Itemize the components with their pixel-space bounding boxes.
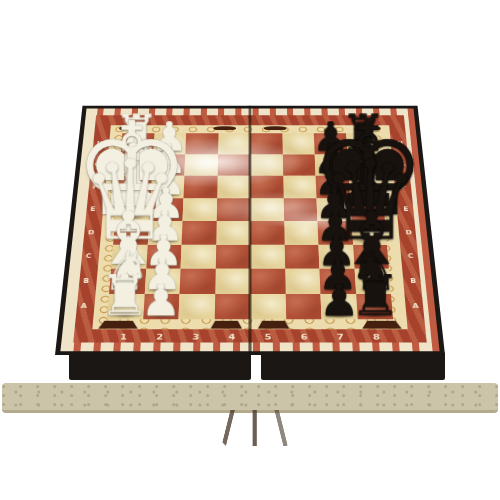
- rank-letter-label: C: [407, 244, 416, 268]
- square-3A[interactable]: [178, 294, 214, 320]
- square-5F[interactable]: [250, 176, 283, 198]
- white-pawn-piece[interactable]: ♟: [140, 283, 180, 318]
- square-1A[interactable]: ♜: [107, 294, 144, 320]
- decor-trapezoid: [211, 321, 243, 329]
- square-6A[interactable]: [285, 294, 321, 320]
- square-7A[interactable]: ♟: [320, 294, 357, 320]
- square-8A[interactable]: ♜: [356, 294, 393, 320]
- square-5C[interactable]: [250, 244, 285, 268]
- square-4G[interactable]: [217, 154, 250, 176]
- square-4B[interactable]: [215, 269, 250, 294]
- square-3H[interactable]: [185, 133, 218, 154]
- square-4H[interactable]: [218, 133, 250, 154]
- board-box-side-right: [261, 352, 445, 380]
- square-5E[interactable]: [250, 198, 284, 221]
- square-5A[interactable]: [250, 294, 286, 320]
- square-5B[interactable]: [250, 269, 285, 294]
- board-box-side-left: [69, 352, 251, 380]
- file-number-label: 7: [322, 333, 359, 341]
- table-edge: [2, 383, 498, 413]
- square-4C[interactable]: [215, 244, 250, 268]
- file-number-label: 5: [250, 333, 286, 341]
- square-4F[interactable]: [217, 176, 250, 198]
- square-5H[interactable]: [250, 133, 282, 154]
- decor-trapezoid: [362, 321, 402, 329]
- chess-set-scene: ♜♟♟♜♞♟♟♞♝♟♟♝♚♟♟♚♛♟♟♛♝♟♟♝♞♟♟♞♜♟♟♜ 1234567…: [55, 0, 445, 355]
- rank-letter-label: A: [411, 294, 420, 320]
- square-5G[interactable]: [250, 154, 283, 176]
- square-6B[interactable]: [285, 269, 321, 294]
- fold-hinge-seam: [248, 106, 252, 355]
- square-4D[interactable]: [216, 221, 250, 245]
- square-4A[interactable]: [214, 294, 250, 320]
- decor-mark: [213, 126, 236, 130]
- file-number-label: 2: [141, 333, 178, 341]
- file-number-label: 8: [358, 333, 395, 341]
- decor-trapezoid: [98, 321, 138, 329]
- cardboard-stand: [186, 410, 324, 446]
- rank-letter-label: C: [85, 244, 94, 268]
- file-number-label: 4: [214, 333, 250, 341]
- rank-letter-label: A: [80, 294, 89, 320]
- square-4E[interactable]: [216, 198, 250, 221]
- decor-mark: [264, 126, 287, 130]
- square-5D[interactable]: [250, 221, 284, 245]
- decor-trapezoid: [258, 321, 290, 329]
- square-6D[interactable]: [284, 221, 319, 245]
- square-3D[interactable]: [182, 221, 217, 245]
- file-number-label: 1: [105, 333, 142, 341]
- square-3C[interactable]: [181, 244, 216, 268]
- square-6C[interactable]: [284, 244, 319, 268]
- chess-board: ♜♟♟♜♞♟♟♞♝♟♟♝♚♟♟♚♛♟♟♛♝♟♟♝♞♟♟♞♜♟♟♜ 1234567…: [55, 106, 445, 355]
- file-number-label: 6: [286, 333, 322, 341]
- square-3B[interactable]: [180, 269, 216, 294]
- square-2A[interactable]: ♟: [143, 294, 180, 320]
- rank-letter-label: B: [409, 269, 418, 294]
- file-number-label: 3: [178, 333, 214, 341]
- rank-letter-label: B: [82, 269, 91, 294]
- black-pawn-piece[interactable]: ♟: [319, 283, 359, 318]
